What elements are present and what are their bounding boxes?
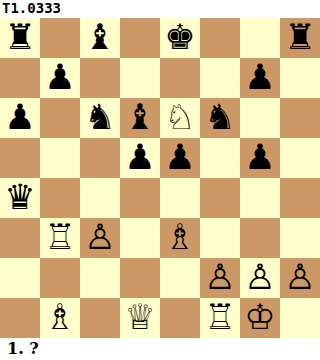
square-h2[interactable]: ♙ bbox=[280, 258, 320, 298]
square-h3[interactable] bbox=[280, 218, 320, 258]
square-a4[interactable]: ♛ bbox=[0, 178, 40, 218]
square-f2[interactable]: ♙ bbox=[200, 258, 240, 298]
square-a8[interactable]: ♜ bbox=[0, 18, 40, 58]
black-pawn-piece: ♟ bbox=[244, 58, 275, 97]
black-knight-piece: ♞ bbox=[84, 98, 115, 137]
square-e5[interactable]: ♟ bbox=[160, 138, 200, 178]
square-d2[interactable] bbox=[120, 258, 160, 298]
puzzle-id-title: T1.0333 bbox=[0, 0, 320, 18]
square-c2[interactable] bbox=[80, 258, 120, 298]
square-a7[interactable] bbox=[0, 58, 40, 98]
square-h4[interactable] bbox=[280, 178, 320, 218]
square-b6[interactable] bbox=[40, 98, 80, 138]
square-b3[interactable]: ♖ bbox=[40, 218, 80, 258]
square-b2[interactable] bbox=[40, 258, 80, 298]
square-c1[interactable] bbox=[80, 298, 120, 338]
square-d6[interactable]: ♝ bbox=[120, 98, 160, 138]
square-a5[interactable] bbox=[0, 138, 40, 178]
square-c4[interactable] bbox=[80, 178, 120, 218]
square-f4[interactable] bbox=[200, 178, 240, 218]
black-pawn-piece: ♟ bbox=[124, 138, 155, 177]
square-c8[interactable]: ♝ bbox=[80, 18, 120, 58]
square-g8[interactable] bbox=[240, 18, 280, 58]
white-pawn-piece: ♙ bbox=[284, 258, 315, 297]
square-f7[interactable] bbox=[200, 58, 240, 98]
square-b7[interactable]: ♟ bbox=[40, 58, 80, 98]
square-a1[interactable] bbox=[0, 298, 40, 338]
square-f3[interactable] bbox=[200, 218, 240, 258]
square-a3[interactable] bbox=[0, 218, 40, 258]
square-h8[interactable]: ♜ bbox=[280, 18, 320, 58]
square-g4[interactable] bbox=[240, 178, 280, 218]
square-f6[interactable]: ♞ bbox=[200, 98, 240, 138]
move-prompt: 1. ? bbox=[0, 338, 320, 360]
square-b4[interactable] bbox=[40, 178, 80, 218]
white-rook-piece: ♖ bbox=[204, 298, 235, 337]
white-pawn-piece: ♙ bbox=[84, 218, 115, 257]
square-c3[interactable]: ♙ bbox=[80, 218, 120, 258]
square-d7[interactable] bbox=[120, 58, 160, 98]
white-queen-piece: ♕ bbox=[124, 298, 155, 337]
white-pawn-piece: ♙ bbox=[204, 258, 235, 297]
square-e4[interactable] bbox=[160, 178, 200, 218]
black-king-piece: ♚ bbox=[164, 18, 195, 57]
square-d4[interactable] bbox=[120, 178, 160, 218]
black-knight-piece: ♞ bbox=[204, 98, 235, 137]
square-b8[interactable] bbox=[40, 18, 80, 58]
square-f1[interactable]: ♖ bbox=[200, 298, 240, 338]
square-a2[interactable] bbox=[0, 258, 40, 298]
square-a6[interactable]: ♟ bbox=[0, 98, 40, 138]
square-g2[interactable]: ♙ bbox=[240, 258, 280, 298]
black-rook-piece: ♜ bbox=[4, 18, 35, 57]
square-g5[interactable]: ♟ bbox=[240, 138, 280, 178]
square-h5[interactable] bbox=[280, 138, 320, 178]
white-knight-piece: ♘ bbox=[164, 98, 195, 137]
white-pawn-piece: ♙ bbox=[244, 258, 275, 297]
square-g1[interactable]: ♔ bbox=[240, 298, 280, 338]
white-king-piece: ♔ bbox=[244, 298, 275, 337]
square-e2[interactable] bbox=[160, 258, 200, 298]
white-bishop-piece: ♗ bbox=[44, 298, 75, 337]
black-bishop-piece: ♝ bbox=[124, 98, 155, 137]
black-queen-piece: ♛ bbox=[4, 178, 35, 217]
square-e6[interactable]: ♘ bbox=[160, 98, 200, 138]
square-c5[interactable] bbox=[80, 138, 120, 178]
black-pawn-piece: ♟ bbox=[4, 98, 35, 137]
square-e1[interactable] bbox=[160, 298, 200, 338]
square-b5[interactable] bbox=[40, 138, 80, 178]
square-d3[interactable] bbox=[120, 218, 160, 258]
square-f8[interactable] bbox=[200, 18, 240, 58]
square-g6[interactable] bbox=[240, 98, 280, 138]
chess-board: ♜♝♚♜♟♟♟♞♝♘♞♟♟♟♛♖♙♗♙♙♙♗♕♖♔ bbox=[0, 18, 320, 338]
square-h6[interactable] bbox=[280, 98, 320, 138]
black-pawn-piece: ♟ bbox=[44, 58, 75, 97]
square-d1[interactable]: ♕ bbox=[120, 298, 160, 338]
square-f5[interactable] bbox=[200, 138, 240, 178]
square-d5[interactable]: ♟ bbox=[120, 138, 160, 178]
square-b1[interactable]: ♗ bbox=[40, 298, 80, 338]
black-bishop-piece: ♝ bbox=[84, 18, 115, 57]
square-g7[interactable]: ♟ bbox=[240, 58, 280, 98]
square-e7[interactable] bbox=[160, 58, 200, 98]
square-e3[interactable]: ♗ bbox=[160, 218, 200, 258]
square-d8[interactable] bbox=[120, 18, 160, 58]
square-h1[interactable] bbox=[280, 298, 320, 338]
square-h7[interactable] bbox=[280, 58, 320, 98]
black-pawn-piece: ♟ bbox=[164, 138, 195, 177]
white-bishop-piece: ♗ bbox=[164, 218, 195, 257]
black-rook-piece: ♜ bbox=[284, 18, 315, 57]
square-g3[interactable] bbox=[240, 218, 280, 258]
square-c6[interactable]: ♞ bbox=[80, 98, 120, 138]
square-e8[interactable]: ♚ bbox=[160, 18, 200, 58]
black-pawn-piece: ♟ bbox=[244, 138, 275, 177]
white-rook-piece: ♖ bbox=[44, 218, 75, 257]
square-c7[interactable] bbox=[80, 58, 120, 98]
